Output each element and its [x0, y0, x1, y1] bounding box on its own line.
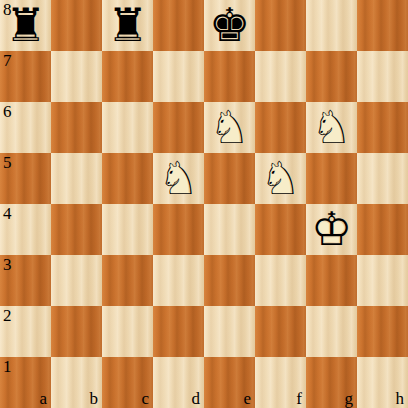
- square-d5[interactable]: ♞♘: [153, 153, 204, 204]
- square-a5[interactable]: 5: [0, 153, 51, 204]
- square-g3[interactable]: [306, 255, 357, 306]
- file-label-h: h: [396, 389, 405, 408]
- square-b2[interactable]: [51, 306, 102, 357]
- rank-label-7: 7: [3, 51, 12, 71]
- black-rook[interactable]: ♜: [102, 0, 153, 51]
- square-a3[interactable]: 3: [0, 255, 51, 306]
- square-f1[interactable]: f: [255, 357, 306, 408]
- square-a7[interactable]: 7: [0, 51, 51, 102]
- white-king-outline: ♔: [306, 204, 357, 255]
- square-d4[interactable]: [153, 204, 204, 255]
- square-c4[interactable]: [102, 204, 153, 255]
- square-b7[interactable]: [51, 51, 102, 102]
- white-knight[interactable]: ♞♘: [255, 153, 306, 204]
- square-f2[interactable]: [255, 306, 306, 357]
- white-knight-outline: ♘: [306, 102, 357, 153]
- rank-label-2: 2: [3, 306, 12, 326]
- white-knight[interactable]: ♞♘: [204, 102, 255, 153]
- square-c8[interactable]: ♜: [102, 0, 153, 51]
- square-e1[interactable]: e: [204, 357, 255, 408]
- square-a2[interactable]: 2: [0, 306, 51, 357]
- rank-label-6: 6: [3, 102, 12, 122]
- file-label-g: g: [345, 389, 354, 408]
- square-f5[interactable]: ♞♘: [255, 153, 306, 204]
- black-king-glyph: ♚: [204, 0, 255, 51]
- white-knight-outline: ♘: [204, 102, 255, 153]
- square-g5[interactable]: [306, 153, 357, 204]
- square-d7[interactable]: [153, 51, 204, 102]
- white-knight[interactable]: ♞♘: [306, 102, 357, 153]
- square-c1[interactable]: c: [102, 357, 153, 408]
- square-h1[interactable]: h: [357, 357, 408, 408]
- chess-board: 8♜♜♚76♞♘♞♘5♞♘♞♘4♚♔321abcdefgh: [0, 0, 408, 408]
- rank-label-5: 5: [3, 153, 12, 173]
- square-d3[interactable]: [153, 255, 204, 306]
- square-h7[interactable]: [357, 51, 408, 102]
- square-c5[interactable]: [102, 153, 153, 204]
- file-label-a: a: [39, 389, 47, 408]
- square-d8[interactable]: [153, 0, 204, 51]
- square-e2[interactable]: [204, 306, 255, 357]
- rank-label-3: 3: [3, 255, 12, 275]
- square-b4[interactable]: [51, 204, 102, 255]
- black-rook-glyph: ♜: [0, 0, 51, 51]
- square-a6[interactable]: 6: [0, 102, 51, 153]
- square-g2[interactable]: [306, 306, 357, 357]
- square-f3[interactable]: [255, 255, 306, 306]
- file-label-d: d: [192, 389, 201, 408]
- square-c3[interactable]: [102, 255, 153, 306]
- file-label-b: b: [90, 389, 99, 408]
- square-d2[interactable]: [153, 306, 204, 357]
- square-b8[interactable]: [51, 0, 102, 51]
- white-knight-outline: ♘: [255, 153, 306, 204]
- rank-label-4: 4: [3, 204, 12, 224]
- square-e5[interactable]: [204, 153, 255, 204]
- white-king[interactable]: ♚♔: [306, 204, 357, 255]
- square-h8[interactable]: [357, 0, 408, 51]
- file-label-f: f: [296, 389, 302, 408]
- square-a1[interactable]: 1a: [0, 357, 51, 408]
- square-c2[interactable]: [102, 306, 153, 357]
- square-b5[interactable]: [51, 153, 102, 204]
- square-h3[interactable]: [357, 255, 408, 306]
- square-f7[interactable]: [255, 51, 306, 102]
- square-b1[interactable]: b: [51, 357, 102, 408]
- square-g4[interactable]: ♚♔: [306, 204, 357, 255]
- black-rook-glyph: ♜: [102, 0, 153, 51]
- square-d6[interactable]: [153, 102, 204, 153]
- square-g7[interactable]: [306, 51, 357, 102]
- square-c6[interactable]: [102, 102, 153, 153]
- rank-label-1: 1: [3, 357, 12, 377]
- square-g1[interactable]: g: [306, 357, 357, 408]
- square-h2[interactable]: [357, 306, 408, 357]
- square-g8[interactable]: [306, 0, 357, 51]
- square-g6[interactable]: ♞♘: [306, 102, 357, 153]
- square-h5[interactable]: [357, 153, 408, 204]
- black-rook[interactable]: ♜: [0, 0, 51, 51]
- square-e4[interactable]: [204, 204, 255, 255]
- square-e6[interactable]: ♞♘: [204, 102, 255, 153]
- white-knight[interactable]: ♞♘: [153, 153, 204, 204]
- square-f6[interactable]: [255, 102, 306, 153]
- square-e3[interactable]: [204, 255, 255, 306]
- square-a4[interactable]: 4: [0, 204, 51, 255]
- square-e8[interactable]: ♚: [204, 0, 255, 51]
- black-king[interactable]: ♚: [204, 0, 255, 51]
- white-knight-outline: ♘: [153, 153, 204, 204]
- square-f4[interactable]: [255, 204, 306, 255]
- file-label-e: e: [243, 389, 251, 408]
- square-c7[interactable]: [102, 51, 153, 102]
- square-e7[interactable]: [204, 51, 255, 102]
- file-label-c: c: [141, 389, 149, 408]
- square-h6[interactable]: [357, 102, 408, 153]
- square-b3[interactable]: [51, 255, 102, 306]
- square-a8[interactable]: 8♜: [0, 0, 51, 51]
- square-h4[interactable]: [357, 204, 408, 255]
- square-d1[interactable]: d: [153, 357, 204, 408]
- square-b6[interactable]: [51, 102, 102, 153]
- square-f8[interactable]: [255, 0, 306, 51]
